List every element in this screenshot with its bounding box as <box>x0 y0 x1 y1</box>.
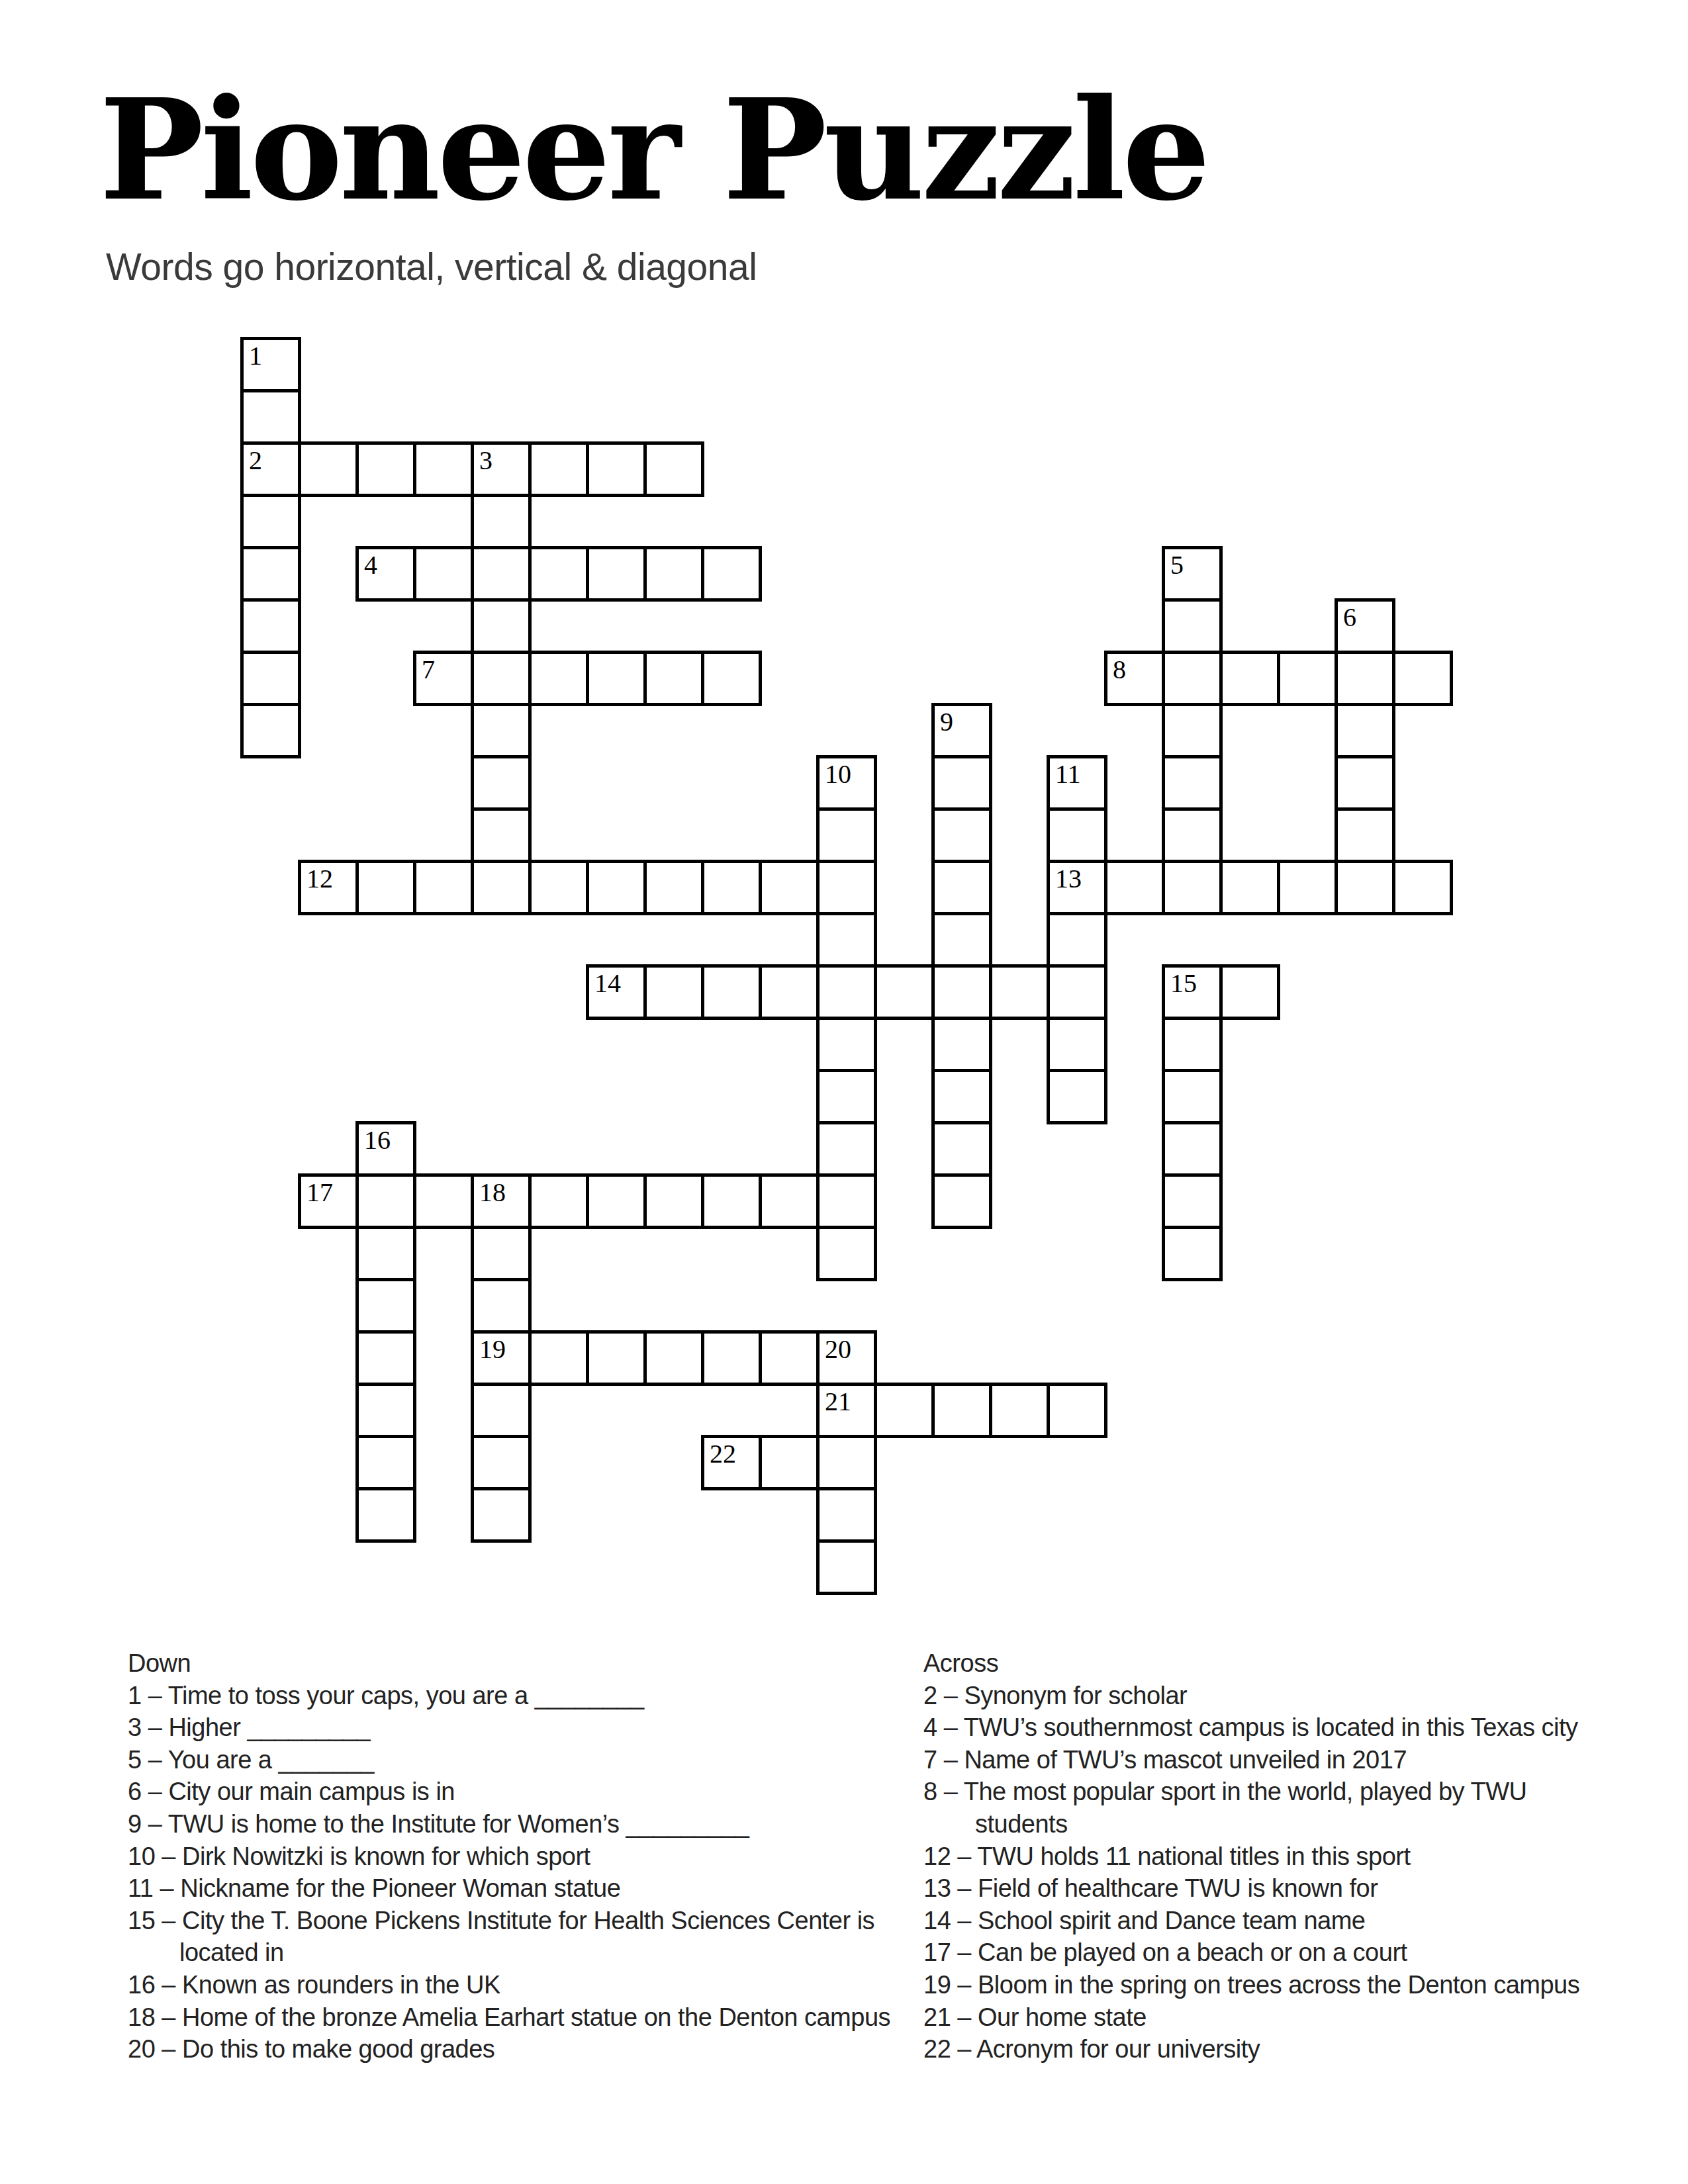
grid-cell-r20c12[interactable] <box>931 1383 992 1438</box>
grid-cell-r11c10[interactable] <box>816 912 877 968</box>
grid-cell-r9c4[interactable] <box>471 807 532 863</box>
grid-cell-r21c2[interactable] <box>355 1435 416 1490</box>
grid-cell-r10c9[interactable] <box>759 860 820 915</box>
grid-cell-r7c12[interactable]: 9 <box>931 703 992 758</box>
grid-cell-r12c13[interactable] <box>989 964 1050 1020</box>
clue-number-2: 2 <box>244 445 298 474</box>
grid-cell-r8c4[interactable] <box>471 755 532 811</box>
grid-cell-r8c16[interactable] <box>1162 755 1223 811</box>
grid-cell-r4c5[interactable] <box>528 546 589 602</box>
grid-cell-r10c7[interactable] <box>643 860 704 915</box>
grid-cell-r10c6[interactable] <box>586 860 647 915</box>
grid-cell-r16c2[interactable] <box>355 1173 416 1229</box>
clues-across-header: Across <box>923 1647 1685 1680</box>
grid-cell-r12c12[interactable] <box>931 964 992 1020</box>
clue-number-8: 8 <box>1107 654 1162 683</box>
clue-down-15: 15 – City the T. Boone Pickens Institute… <box>128 1905 922 1969</box>
clue-down-9: 9 – TWU is home to the Institute for Wom… <box>128 1808 922 1841</box>
grid-cell-r19c4[interactable]: 19 <box>471 1330 532 1386</box>
grid-cell-r18c2[interactable] <box>355 1278 416 1334</box>
grid-cell-r19c6[interactable] <box>586 1330 647 1386</box>
clue-number-6: 6 <box>1338 602 1392 631</box>
grid-cell-r6c6[interactable] <box>586 651 647 706</box>
grid-cell-r7c0[interactable] <box>240 703 301 758</box>
page-title: Pioneer Puzzle <box>99 81 1207 220</box>
grid-cell-r12c10[interactable] <box>816 964 877 1020</box>
clue-across-19: 19 – Bloom in the spring on trees across… <box>923 1969 1685 2001</box>
grid-cell-r4c2[interactable]: 4 <box>355 546 416 602</box>
grid-cell-r17c10[interactable] <box>816 1226 877 1281</box>
grid-cell-r6c18[interactable] <box>1277 651 1338 706</box>
clue-number-17: 17 <box>301 1177 355 1206</box>
clue-across-12: 12 – TWU holds 11 national titles in thi… <box>923 1841 1685 1873</box>
grid-cell-r2c4[interactable]: 3 <box>471 441 532 497</box>
clue-down-5: 5 – You are a _______ <box>128 1744 922 1776</box>
clue-across-8: 8 – The most popular sport in the world,… <box>923 1776 1685 1840</box>
clue-number-14: 14 <box>589 968 643 997</box>
crossword-grid: 12345678910111213141516171819202122 <box>240 337 1515 1651</box>
clues-down-column: Down 1 – Time to toss your caps, you are… <box>128 1647 922 2066</box>
grid-cell-r20c14[interactable] <box>1047 1383 1107 1438</box>
clue-number-3: 3 <box>474 445 528 474</box>
grid-cell-r15c10[interactable] <box>816 1121 877 1177</box>
grid-cell-r20c4[interactable] <box>471 1383 532 1438</box>
grid-cell-r15c16[interactable] <box>1162 1121 1223 1177</box>
grid-cell-r16c7[interactable] <box>643 1173 704 1229</box>
grid-cell-r12c8[interactable] <box>701 964 762 1020</box>
grid-cell-r16c1[interactable]: 17 <box>298 1173 359 1229</box>
grid-cell-r21c10[interactable] <box>816 1435 877 1490</box>
grid-cell-r10c12[interactable] <box>931 860 992 915</box>
grid-cell-r9c12[interactable] <box>931 807 992 863</box>
clue-number-19: 19 <box>474 1334 528 1363</box>
clue-number-7: 7 <box>416 654 471 683</box>
grid-cell-r4c0[interactable] <box>240 546 301 602</box>
clue-down-18: 18 – Home of the bronze Amelia Earhart s… <box>128 2001 922 2034</box>
grid-cell-r12c17[interactable] <box>1219 964 1280 1020</box>
grid-cell-r19c9[interactable] <box>759 1330 820 1386</box>
grid-cell-r16c3[interactable] <box>413 1173 474 1229</box>
page-subtitle: Words go horizontal, vertical & diagonal <box>106 246 757 288</box>
grid-cell-r17c4[interactable] <box>471 1226 532 1281</box>
grid-cell-r6c7[interactable] <box>643 651 704 706</box>
grid-cell-r16c12[interactable] <box>931 1173 992 1229</box>
grid-cell-r13c16[interactable] <box>1162 1017 1223 1072</box>
grid-cell-r8c12[interactable] <box>931 755 992 811</box>
clue-number-22: 22 <box>704 1438 759 1467</box>
grid-cell-r11c12[interactable] <box>931 912 992 968</box>
grid-cell-r5c4[interactable] <box>471 598 532 654</box>
grid-cell-r10c20[interactable] <box>1392 860 1453 915</box>
grid-cell-r7c19[interactable] <box>1335 703 1395 758</box>
grid-cell-r14c16[interactable] <box>1162 1069 1223 1124</box>
grid-cell-r0c0[interactable]: 1 <box>240 337 301 392</box>
grid-cell-r17c2[interactable] <box>355 1226 416 1281</box>
grid-cell-r15c2[interactable]: 16 <box>355 1121 416 1177</box>
clue-down-16: 16 – Known as rounders in the UK <box>128 1969 922 2001</box>
clue-number-13: 13 <box>1050 863 1104 892</box>
grid-cell-r9c16[interactable] <box>1162 807 1223 863</box>
grid-cell-r6c0[interactable] <box>240 651 301 706</box>
clue-number-20: 20 <box>820 1334 874 1363</box>
grid-cell-r11c14[interactable] <box>1047 912 1107 968</box>
grid-cell-r4c8[interactable] <box>701 546 762 602</box>
grid-cell-r19c2[interactable] <box>355 1330 416 1386</box>
grid-cell-r8c14[interactable]: 11 <box>1047 755 1107 811</box>
grid-cell-r22c2[interactable] <box>355 1487 416 1543</box>
grid-cell-r19c8[interactable] <box>701 1330 762 1386</box>
grid-cell-r20c13[interactable] <box>989 1383 1050 1438</box>
clue-across-2: 2 – Synonym for scholar <box>923 1680 1685 1712</box>
grid-cell-r5c0[interactable] <box>240 598 301 654</box>
grid-cell-r2c6[interactable] <box>586 441 647 497</box>
clue-across-13: 13 – Field of healthcare TWU is known fo… <box>923 1872 1685 1905</box>
grid-cell-r16c16[interactable] <box>1162 1173 1223 1229</box>
clue-across-14: 14 – School spirit and Dance team name <box>923 1905 1685 1937</box>
grid-cell-r4c4[interactable] <box>471 546 532 602</box>
grid-cell-r20c2[interactable] <box>355 1383 416 1438</box>
clue-number-11: 11 <box>1050 758 1104 788</box>
clue-number-1: 1 <box>244 340 298 369</box>
grid-cell-r12c14[interactable] <box>1047 964 1107 1020</box>
grid-cell-r4c3[interactable] <box>413 546 474 602</box>
clue-across-17: 17 – Can be played on a beach or on a co… <box>923 1936 1685 1969</box>
grid-cell-r6c5[interactable] <box>528 651 589 706</box>
clues-across-column: Across 2 – Synonym for scholar4 – TWU’s … <box>923 1647 1685 2066</box>
clue-number-16: 16 <box>359 1124 413 1154</box>
grid-cell-r12c16[interactable]: 15 <box>1162 964 1223 1020</box>
grid-cell-r10c19[interactable] <box>1335 860 1395 915</box>
grid-cell-r12c6[interactable]: 14 <box>586 964 647 1020</box>
grid-cell-r14c10[interactable] <box>816 1069 877 1124</box>
grid-cell-r10c17[interactable] <box>1219 860 1280 915</box>
grid-cell-r2c3[interactable] <box>413 441 474 497</box>
clue-down-11: 11 – Nickname for the Pioneer Woman stat… <box>128 1872 922 1905</box>
grid-cell-r21c9[interactable] <box>759 1435 820 1490</box>
clue-down-10: 10 – Dirk Nowitzki is known for which sp… <box>128 1841 922 1873</box>
grid-cell-r10c4[interactable] <box>471 860 532 915</box>
clue-number-12: 12 <box>301 863 355 892</box>
grid-cell-r16c9[interactable] <box>759 1173 820 1229</box>
grid-cell-r6c16[interactable] <box>1162 651 1223 706</box>
grid-cell-r10c15[interactable] <box>1104 860 1165 915</box>
clue-number-5: 5 <box>1165 549 1219 578</box>
grid-cell-r16c4[interactable]: 18 <box>471 1173 532 1229</box>
grid-cell-r14c12[interactable] <box>931 1069 992 1124</box>
grid-cell-r16c8[interactable] <box>701 1173 762 1229</box>
clues-down-header: Down <box>128 1647 922 1680</box>
grid-cell-r19c5[interactable] <box>528 1330 589 1386</box>
clue-across-7: 7 – Name of TWU’s mascot unveiled in 201… <box>923 1744 1685 1776</box>
grid-cell-r12c7[interactable] <box>643 964 704 1020</box>
grid-cell-r5c19[interactable]: 6 <box>1335 598 1395 654</box>
grid-cell-r7c4[interactable] <box>471 703 532 758</box>
grid-cell-r16c10[interactable] <box>816 1173 877 1229</box>
grid-cell-r22c10[interactable] <box>816 1487 877 1543</box>
clue-down-1: 1 – Time to toss your caps, you are a __… <box>128 1680 922 1712</box>
grid-cell-r8c19[interactable] <box>1335 755 1395 811</box>
grid-cell-r10c2[interactable] <box>355 860 416 915</box>
grid-cell-r6c20[interactable] <box>1392 651 1453 706</box>
grid-cell-r12c9[interactable] <box>759 964 820 1020</box>
grid-cell-r9c19[interactable] <box>1335 807 1395 863</box>
grid-cell-r7c16[interactable] <box>1162 703 1223 758</box>
grid-cell-r13c12[interactable] <box>931 1017 992 1072</box>
clues-across-list: 2 – Synonym for scholar4 – TWU’s souther… <box>923 1680 1685 2066</box>
clue-down-3: 3 – Higher _________ <box>128 1711 922 1744</box>
grid-cell-r20c11[interactable] <box>874 1383 935 1438</box>
grid-cell-r2c2[interactable] <box>355 441 416 497</box>
clue-number-10: 10 <box>820 758 874 788</box>
grid-cell-r10c8[interactable] <box>701 860 762 915</box>
grid-cell-r20c10[interactable]: 21 <box>816 1383 877 1438</box>
grid-cell-r2c7[interactable] <box>643 441 704 497</box>
grid-cell-r3c4[interactable] <box>471 494 532 549</box>
grid-cell-r5c16[interactable] <box>1162 598 1223 654</box>
grid-cell-r10c5[interactable] <box>528 860 589 915</box>
grid-cell-r21c8[interactable]: 22 <box>701 1435 762 1490</box>
grid-cell-r6c15[interactable]: 8 <box>1104 651 1165 706</box>
grid-cell-r9c10[interactable] <box>816 807 877 863</box>
grid-cell-r19c7[interactable] <box>643 1330 704 1386</box>
clue-across-4: 4 – TWU’s southernmost campus is located… <box>923 1711 1685 1744</box>
clue-number-9: 9 <box>935 706 989 735</box>
grid-cell-r14c14[interactable] <box>1047 1069 1107 1124</box>
grid-cell-r6c4[interactable] <box>471 651 532 706</box>
grid-cell-r6c8[interactable] <box>701 651 762 706</box>
grid-cell-r10c16[interactable] <box>1162 860 1223 915</box>
grid-cell-r19c10[interactable]: 20 <box>816 1330 877 1386</box>
grid-cell-r21c4[interactable] <box>471 1435 532 1490</box>
grid-cell-r4c6[interactable] <box>586 546 647 602</box>
grid-cell-r10c3[interactable] <box>413 860 474 915</box>
grid-cell-r10c14[interactable]: 13 <box>1047 860 1107 915</box>
grid-cell-r12c11[interactable] <box>874 964 935 1020</box>
grid-cell-r13c10[interactable] <box>816 1017 877 1072</box>
grid-cell-r2c1[interactable] <box>298 441 359 497</box>
clue-across-22: 22 – Acronym for our university <box>923 2033 1685 2066</box>
grid-cell-r22c4[interactable] <box>471 1487 532 1543</box>
clue-down-20: 20 – Do this to make good grades <box>128 2033 922 2066</box>
grid-cell-r9c14[interactable] <box>1047 807 1107 863</box>
grid-cell-r6c17[interactable] <box>1219 651 1280 706</box>
grid-cell-r4c7[interactable] <box>643 546 704 602</box>
clue-number-4: 4 <box>359 549 413 578</box>
clues-down-list: 1 – Time to toss your caps, you are a __… <box>128 1680 922 2066</box>
grid-cell-r17c16[interactable] <box>1162 1226 1223 1281</box>
grid-cell-r16c6[interactable] <box>586 1173 647 1229</box>
clue-number-18: 18 <box>474 1177 528 1206</box>
grid-cell-r2c0[interactable]: 2 <box>240 441 301 497</box>
clue-across-21: 21 – Our home state <box>923 2001 1685 2034</box>
grid-cell-r23c10[interactable] <box>816 1539 877 1595</box>
grid-cell-r16c5[interactable] <box>528 1173 589 1229</box>
grid-cell-r8c10[interactable]: 10 <box>816 755 877 811</box>
grid-cell-r10c1[interactable]: 12 <box>298 860 359 915</box>
grid-cell-r6c19[interactable] <box>1335 651 1395 706</box>
clue-number-21: 21 <box>820 1386 874 1415</box>
clue-number-15: 15 <box>1165 968 1219 997</box>
grid-cell-r10c10[interactable] <box>816 860 877 915</box>
grid-cell-r10c18[interactable] <box>1277 860 1338 915</box>
grid-cell-r6c3[interactable]: 7 <box>413 651 474 706</box>
grid-cell-r2c5[interactable] <box>528 441 589 497</box>
grid-cell-r4c16[interactable]: 5 <box>1162 546 1223 602</box>
grid-cell-r18c4[interactable] <box>471 1278 532 1334</box>
grid-cell-r15c12[interactable] <box>931 1121 992 1177</box>
clue-down-6: 6 – City our main campus is in <box>128 1776 922 1808</box>
grid-cell-r3c0[interactable] <box>240 494 301 549</box>
grid-cell-r13c14[interactable] <box>1047 1017 1107 1072</box>
grid-cell-r1c0[interactable] <box>240 389 301 445</box>
